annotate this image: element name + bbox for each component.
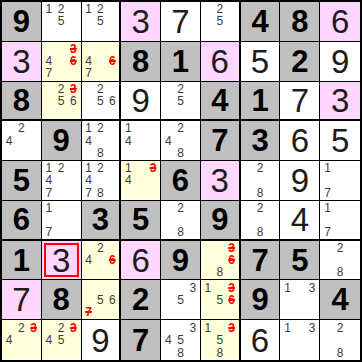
cell-r6c5[interactable]: 28 <box>161 201 201 241</box>
cell-r1c4[interactable]: 3 <box>121 2 161 42</box>
solved-digit: 6 <box>132 244 150 277</box>
pencil-marks: 1358 <box>201 320 239 360</box>
cell-r9c1[interactable]: 234 <box>2 320 42 360</box>
cell-r8c5[interactable]: 35 <box>161 280 201 320</box>
candidate: 2 <box>94 242 106 254</box>
pencil-marks: 13 <box>280 280 319 319</box>
candidate: 2 <box>55 162 67 174</box>
solved-digit: 7 <box>171 5 189 38</box>
candidate: 5 <box>94 95 106 107</box>
cell-r3c9[interactable]: 3 <box>320 82 360 122</box>
candidate: 1 <box>202 321 214 334</box>
solved-digit: 3 <box>331 84 349 117</box>
cell-r7c6[interactable]: 368 <box>201 241 241 281</box>
cell-r6c2[interactable]: 17 <box>42 201 82 241</box>
eliminated-candidate: 6 <box>226 294 238 306</box>
cell-r1c8[interactable]: 8 <box>280 2 320 42</box>
candidate: 2 <box>55 83 67 95</box>
candidate: 4 <box>83 135 95 147</box>
given-digit: 8 <box>132 46 149 77</box>
candidate: 2 <box>15 122 27 134</box>
candidate: 4 <box>83 174 95 186</box>
pencil-marks: 368 <box>201 241 239 280</box>
pencil-marks: 1356 <box>201 280 239 319</box>
given-digit: 6 <box>13 204 30 235</box>
cell-r1c7[interactable]: 4 <box>241 2 281 42</box>
cell-r8c1[interactable]: 7 <box>2 280 42 320</box>
cell-r8c7[interactable]: 9 <box>241 280 281 320</box>
candidate: 4 <box>43 334 55 347</box>
cell-r4c8[interactable]: 6 <box>280 121 320 161</box>
candidate: 1 <box>83 3 95 15</box>
given-digit: 1 <box>13 245 30 276</box>
cell-r7c4[interactable]: 6 <box>121 241 161 281</box>
cell-r4c2[interactable]: 9 <box>42 121 82 161</box>
solved-digit: 4 <box>291 203 309 236</box>
given-digit: 9 <box>13 6 30 37</box>
eliminated-candidate: 6 <box>226 254 238 266</box>
candidate: 5 <box>55 15 67 27</box>
cell-r2c5[interactable]: 1 <box>161 42 201 82</box>
cell-r2c7[interactable]: 5 <box>241 42 281 82</box>
candidate: 6 <box>67 95 79 107</box>
cell-r9c8[interactable]: 13 <box>280 320 320 360</box>
solved-digit: 9 <box>91 324 109 357</box>
pencil-marks: 24 <box>2 121 41 160</box>
eliminated-candidate: 3 <box>147 162 159 174</box>
candidate: 3 <box>306 281 318 293</box>
cell-r8c2[interactable]: 8 <box>42 280 82 320</box>
solved-digit: 7 <box>291 84 309 117</box>
pencil-marks: 13 <box>280 320 319 360</box>
cell-r8c6[interactable]: 1356 <box>201 280 241 320</box>
given-digit: 4 <box>331 284 348 315</box>
eliminated-candidate: 6 <box>67 55 79 67</box>
candidate: 1 <box>281 281 293 293</box>
solved-digit: 9 <box>291 164 309 197</box>
cell-r6c1[interactable]: 6 <box>2 201 42 241</box>
candidate: 4 <box>43 174 55 186</box>
pencil-marks: 25 <box>161 82 200 120</box>
candidate: 3 <box>187 281 199 293</box>
cell-r5c5[interactable]: 6 <box>161 161 201 201</box>
pencil-marks: 28 <box>241 161 280 200</box>
given-digit: 8 <box>13 85 30 116</box>
pencil-marks: 35 <box>161 280 200 319</box>
given-digit: 9 <box>251 284 268 315</box>
candidate: 5 <box>174 334 186 347</box>
cell-r5c7[interactable]: 28 <box>241 161 281 201</box>
solved-digit: 6 <box>251 324 269 357</box>
cell-r2c4[interactable]: 8 <box>121 42 161 82</box>
candidate: 2 <box>254 162 266 174</box>
pencil-marks: 134 <box>121 161 160 200</box>
candidate: 2 <box>254 202 266 214</box>
cell-r7c9[interactable]: 28 <box>320 241 360 281</box>
candidate: 4 <box>122 135 134 147</box>
cell-r2c1[interactable]: 3 <box>2 42 42 82</box>
pencil-marks: 3467 <box>42 42 81 81</box>
pencil-marks: 28 <box>320 241 360 280</box>
cell-r5c9[interactable]: 17 <box>320 161 360 201</box>
cell-r9c2[interactable]: 2345 <box>42 320 82 360</box>
candidate: 2 <box>174 122 186 134</box>
candidate: 7 <box>43 67 55 79</box>
candidate: 2 <box>55 321 67 334</box>
solved-digit: 6 <box>211 45 229 78</box>
pencil-marks: 28 <box>241 201 280 239</box>
cell-r7c3[interactable]: 246 <box>82 241 122 281</box>
candidate: 1 <box>202 281 214 293</box>
given-digit: 7 <box>132 325 149 356</box>
solved-digit: 9 <box>132 84 150 117</box>
candidate: 7 <box>321 226 334 238</box>
given-digit: 6 <box>172 165 189 196</box>
candidate: 1 <box>122 122 134 134</box>
pencil-marks: 234 <box>2 320 41 360</box>
eliminated-candidate: 6 <box>106 55 118 67</box>
candidate: 8 <box>174 147 186 159</box>
pencil-marks: 1247 <box>42 161 81 200</box>
cell-r6c7[interactable]: 28 <box>241 201 281 241</box>
cell-r7c1[interactable]: 1 <box>2 241 42 281</box>
cell-r7c7[interactable]: 7 <box>241 241 281 281</box>
cell-r5c3[interactable]: 12478 <box>82 161 122 201</box>
cell-r9c5[interactable]: 3458 <box>161 320 201 360</box>
cell-r4c5[interactable]: 248 <box>161 121 201 161</box>
solved-digit: 5 <box>331 124 349 157</box>
given-digit: 2 <box>291 46 308 77</box>
candidate: 2 <box>174 83 186 95</box>
candidate: 4 <box>162 334 174 347</box>
candidate: 8 <box>254 187 266 199</box>
given-digit: 8 <box>53 284 70 315</box>
solved-digit: 5 <box>251 45 269 78</box>
cell-r4c9[interactable]: 5 <box>320 121 360 161</box>
cell-r9c4[interactable]: 7 <box>121 320 161 360</box>
pencil-marks: 1248 <box>82 121 120 160</box>
candidate: 7 <box>43 187 55 199</box>
given-digit: 5 <box>132 204 149 235</box>
eliminated-candidate: 6 <box>106 254 118 266</box>
pencil-marks: 28 <box>161 201 200 239</box>
cell-r3c4[interactable]: 9 <box>121 82 161 122</box>
cell-r3c7[interactable]: 1 <box>241 82 281 122</box>
given-digit: 4 <box>251 6 268 37</box>
candidate: 1 <box>43 3 55 15</box>
cell-r1c2[interactable]: 125 <box>42 2 82 42</box>
sudoku-board: 9125125372548633467467816529823562569254… <box>0 0 362 362</box>
pencil-marks: 28 <box>320 320 360 360</box>
candidate: 2 <box>94 162 106 174</box>
solved-digit: 9 <box>331 45 349 78</box>
cell-r8c4[interactable]: 2 <box>121 280 161 320</box>
given-digit: 2 <box>132 284 149 315</box>
eliminated-candidate: 3 <box>28 321 40 334</box>
cell-r7c8[interactable]: 5 <box>280 241 320 281</box>
candidate: 8 <box>214 346 226 359</box>
candidate: 7 <box>83 67 95 79</box>
given-digit: 1 <box>172 46 189 77</box>
given-digit: 9 <box>53 125 70 156</box>
given-digit: 9 <box>172 245 189 276</box>
candidate: 5 <box>214 334 226 347</box>
cell-r6c6[interactable]: 9 <box>201 201 241 241</box>
eliminated-candidate: 7 <box>83 306 95 318</box>
cell-r9c3[interactable]: 9 <box>82 320 122 360</box>
candidate: 6 <box>106 294 118 306</box>
solved-digit: 3 <box>52 244 70 277</box>
candidate: 8 <box>174 346 186 359</box>
given-digit: 5 <box>13 165 30 196</box>
cell-r5c1[interactable]: 5 <box>2 161 42 201</box>
candidate: 1 <box>281 321 293 334</box>
cell-r6c3[interactable]: 3 <box>82 201 122 241</box>
pencil-marks: 2345 <box>42 320 81 360</box>
given-digit: 5 <box>291 245 308 276</box>
candidate: 5 <box>214 15 226 27</box>
pencil-marks: 17 <box>42 201 81 239</box>
candidate: 3 <box>187 321 199 334</box>
cell-r6c9[interactable]: 17 <box>320 201 360 241</box>
candidate: 2 <box>15 321 27 334</box>
cell-r5c6[interactable]: 3 <box>201 161 241 201</box>
pencil-marks: 3458 <box>161 320 200 360</box>
candidate: 4 <box>83 254 95 266</box>
cell-r4c1[interactable]: 24 <box>2 121 42 161</box>
pencil-marks: 467 <box>82 42 120 81</box>
given-digit: 4 <box>211 85 228 116</box>
cell-r8c9[interactable]: 4 <box>320 280 360 320</box>
given-digit: 3 <box>92 204 109 235</box>
candidate: 1 <box>43 202 55 214</box>
candidate: 5 <box>214 294 226 306</box>
cell-r5c4[interactable]: 134 <box>121 161 161 201</box>
cell-r7c2[interactable]: 3 <box>42 241 82 281</box>
cell-r1c1[interactable]: 9 <box>2 2 42 42</box>
candidate: 8 <box>214 266 226 278</box>
candidate: 5 <box>55 334 67 347</box>
cell-r2c6[interactable]: 6 <box>201 42 241 82</box>
candidate: 5 <box>94 294 106 306</box>
eliminated-candidate: 3 <box>226 321 238 334</box>
candidate: 4 <box>162 135 174 147</box>
cell-r1c3[interactable]: 125 <box>82 2 122 42</box>
solved-digit: 7 <box>12 283 30 316</box>
candidate: 5 <box>174 294 186 306</box>
candidate: 8 <box>94 147 106 159</box>
cell-r9c9[interactable]: 28 <box>320 320 360 360</box>
given-digit: 1 <box>251 85 268 116</box>
candidate: 4 <box>3 135 15 147</box>
cell-r8c3[interactable]: 567 <box>82 280 122 320</box>
given-digit: 7 <box>211 125 228 156</box>
solved-digit: 3 <box>211 164 229 197</box>
candidate: 1 <box>83 122 95 134</box>
candidate: 1 <box>321 162 334 174</box>
cell-r3c2[interactable]: 2356 <box>42 82 82 122</box>
cell-r3c6[interactable]: 4 <box>201 82 241 122</box>
pencil-marks: 12478 <box>82 161 120 200</box>
pencil-marks: 17 <box>320 201 360 239</box>
solved-digit: 3 <box>132 5 150 38</box>
given-digit: 8 <box>291 6 308 37</box>
eliminated-candidate: 3 <box>67 83 79 95</box>
cell-r5c8[interactable]: 9 <box>280 161 320 201</box>
pencil-marks: 256 <box>82 82 120 120</box>
eliminated-candidate: 3 <box>67 321 79 334</box>
pencil-marks: 14 <box>121 121 160 160</box>
candidate: 8 <box>174 226 186 238</box>
cell-r6c8[interactable]: 4 <box>280 201 320 241</box>
solved-digit: 6 <box>291 124 309 157</box>
cell-r2c2[interactable]: 3467 <box>42 42 82 82</box>
candidate: 5 <box>94 15 106 27</box>
solved-digit: 6 <box>331 5 349 38</box>
candidate: 8 <box>254 226 266 238</box>
cell-r2c3[interactable]: 467 <box>82 42 122 82</box>
candidate: 7 <box>321 187 334 199</box>
pencil-marks: 125 <box>42 2 81 41</box>
cell-r4c4[interactable]: 14 <box>121 121 161 161</box>
solved-digit: 3 <box>12 45 30 78</box>
candidate: 8 <box>334 346 347 359</box>
pencil-marks: 246 <box>82 241 120 280</box>
candidate: 7 <box>43 226 55 238</box>
given-digit: 9 <box>211 204 228 235</box>
candidate: 1 <box>321 202 334 214</box>
candidate: 6 <box>106 95 118 107</box>
candidate: 2 <box>334 242 347 254</box>
cell-r4c3[interactable]: 1248 <box>82 121 122 161</box>
cell-r9c6[interactable]: 1358 <box>201 320 241 360</box>
candidate: 5 <box>174 95 186 107</box>
cell-r4c7[interactable]: 3 <box>241 121 281 161</box>
given-digit: 3 <box>251 125 268 156</box>
cell-r5c2[interactable]: 1247 <box>42 161 82 201</box>
cell-r7c5[interactable]: 9 <box>161 241 201 281</box>
pencil-marks: 17 <box>320 161 360 200</box>
cell-r1c9[interactable]: 6 <box>320 2 360 42</box>
candidate: 8 <box>334 266 347 278</box>
eliminated-candidate: 3 <box>226 281 238 293</box>
pencil-marks: 567 <box>82 280 120 319</box>
candidate: 2 <box>94 122 106 134</box>
pencil-marks: 248 <box>161 121 200 160</box>
pencil-marks: 25 <box>201 2 239 41</box>
candidate: 4 <box>122 174 134 186</box>
cell-r3c8[interactable]: 7 <box>280 82 320 122</box>
candidate: 2 <box>334 321 347 334</box>
candidate: 5 <box>55 95 67 107</box>
cell-r3c5[interactable]: 25 <box>161 82 201 122</box>
candidate: 4 <box>3 334 15 347</box>
cell-r4c6[interactable]: 7 <box>201 121 241 161</box>
pencil-marks: 125 <box>82 2 120 41</box>
candidate: 7 <box>83 187 95 199</box>
cell-r9c7[interactable]: 6 <box>241 320 281 360</box>
cell-r1c6[interactable]: 25 <box>201 2 241 42</box>
cell-r8c8[interactable]: 13 <box>280 280 320 320</box>
cell-r3c1[interactable]: 8 <box>2 82 42 122</box>
cell-r2c9[interactable]: 9 <box>320 42 360 82</box>
candidate: 2 <box>94 83 106 95</box>
candidate: 3 <box>306 321 318 334</box>
cell-r3c3[interactable]: 256 <box>82 82 122 122</box>
candidate: 8 <box>94 187 106 199</box>
cell-r6c4[interactable]: 5 <box>121 201 161 241</box>
candidate: 2 <box>174 202 186 214</box>
cell-r2c8[interactable]: 2 <box>280 42 320 82</box>
given-digit: 7 <box>251 245 268 276</box>
pencil-marks: 2356 <box>42 82 81 120</box>
cell-r1c5[interactable]: 7 <box>161 2 201 42</box>
